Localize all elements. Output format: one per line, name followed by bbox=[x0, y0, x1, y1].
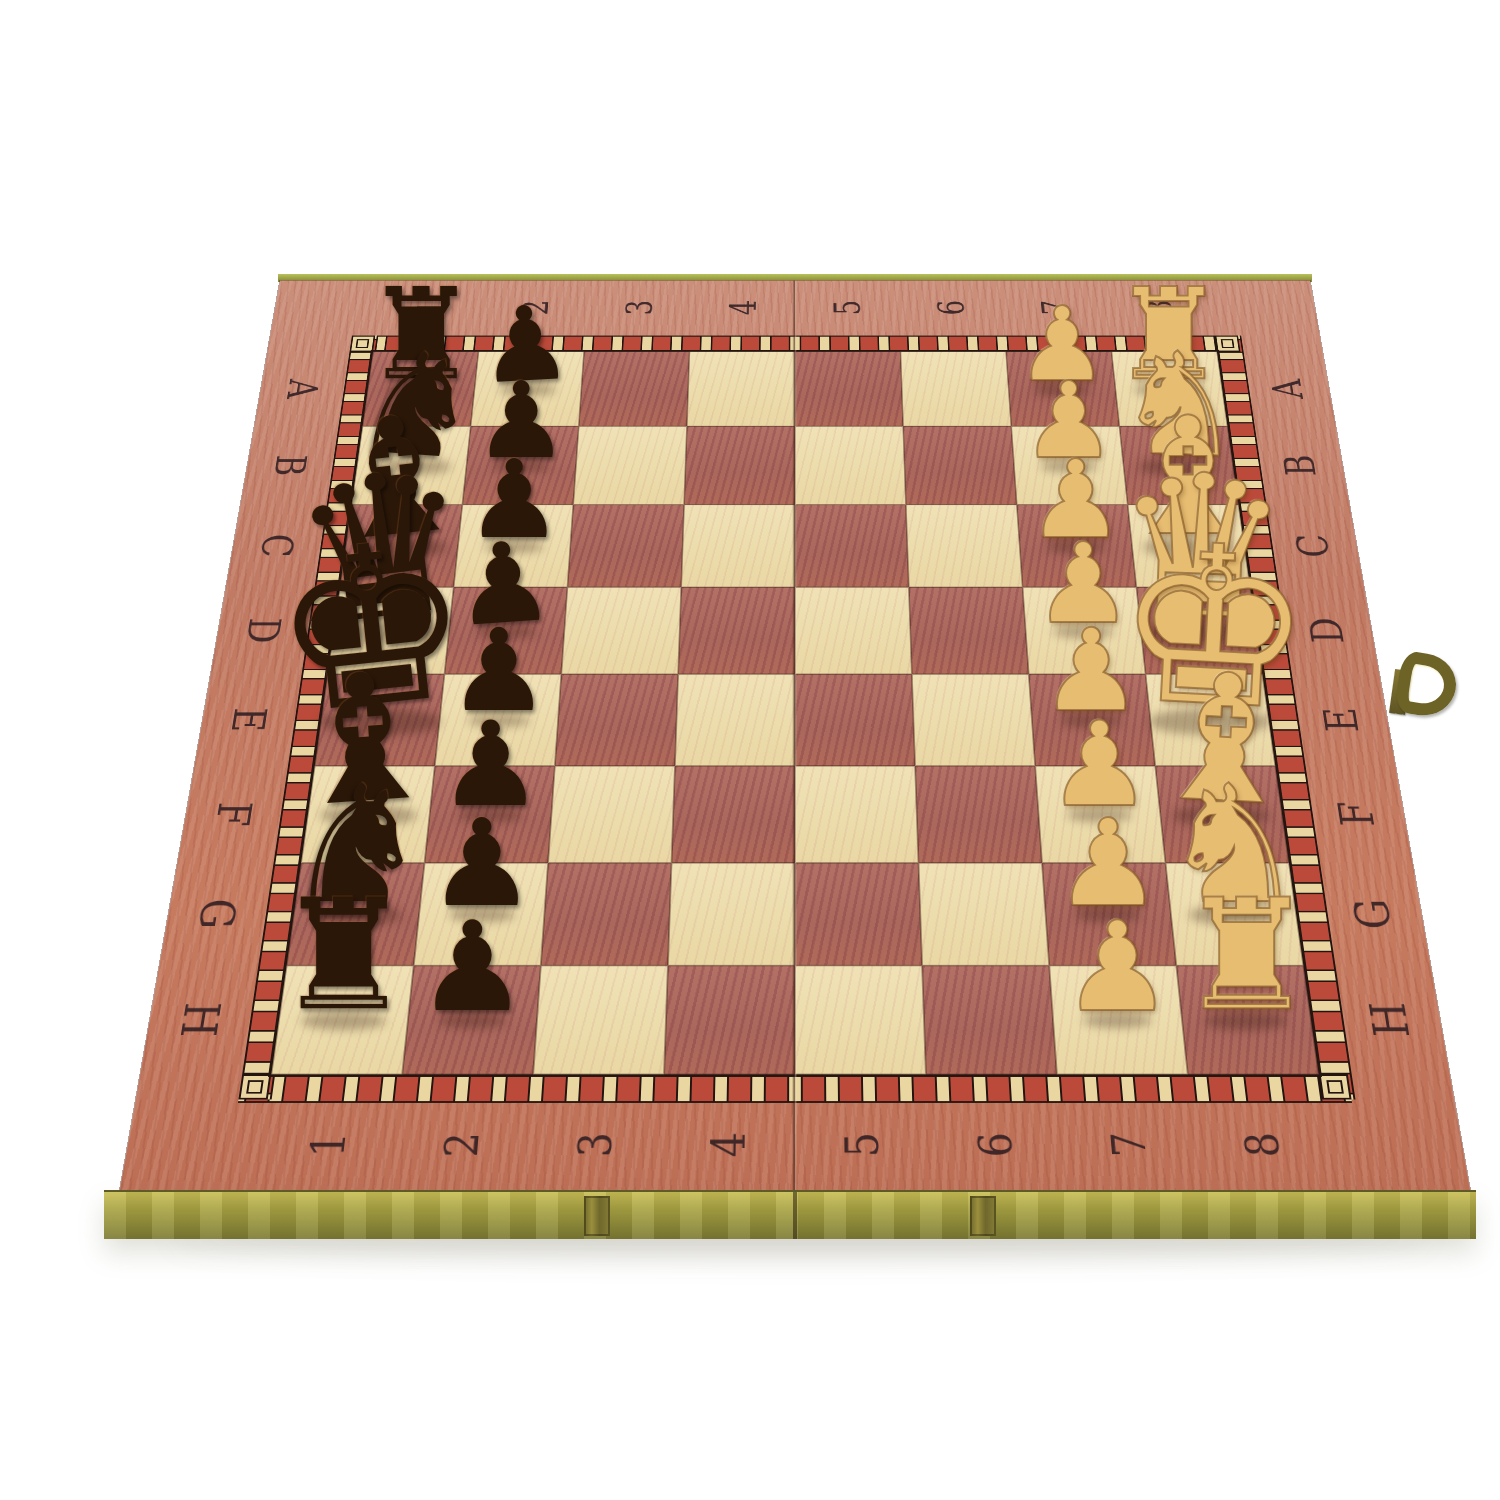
square-A3[interactable] bbox=[579, 352, 690, 427]
rank-label-front-2: 2 bbox=[431, 1116, 491, 1175]
rank-label-back-6: 6 bbox=[929, 290, 974, 326]
square-F4[interactable] bbox=[672, 766, 795, 863]
rank-label-front-4: 4 bbox=[700, 1116, 756, 1175]
file-label-left-F: F bbox=[204, 789, 262, 838]
square-F5[interactable] bbox=[795, 766, 918, 863]
piece-light-rook-H8[interactable]: ♜ bbox=[1155, 879, 1338, 1032]
square-C3[interactable] bbox=[567, 505, 684, 588]
file-label-right-F: F bbox=[1328, 789, 1386, 838]
file-label-left-G: G bbox=[187, 888, 247, 940]
square-D6[interactable] bbox=[909, 587, 1029, 674]
rank-label-front-6: 6 bbox=[966, 1116, 1024, 1175]
piece-dark-pawn-H2[interactable]: ♟ bbox=[398, 905, 547, 1029]
border-corner bbox=[238, 1074, 271, 1099]
square-H5[interactable] bbox=[795, 966, 926, 1075]
square-D3[interactable] bbox=[561, 587, 681, 674]
square-F3[interactable] bbox=[548, 766, 675, 863]
rank-label-back-3: 3 bbox=[616, 290, 661, 326]
rank-label-front-8: 8 bbox=[1231, 1116, 1294, 1175]
chess-photo-stage: 1122334455667788AABBCCDDEEFFGGHH ♜♟♟♜♞♟♟… bbox=[0, 0, 1500, 1500]
square-E4[interactable] bbox=[675, 674, 795, 766]
square-H3[interactable] bbox=[533, 966, 668, 1075]
square-F6[interactable] bbox=[915, 766, 1042, 863]
file-label-left-H: H bbox=[168, 992, 230, 1047]
square-D5[interactable] bbox=[795, 587, 912, 674]
square-A4[interactable] bbox=[687, 352, 795, 427]
square-C6[interactable] bbox=[906, 505, 1023, 588]
square-G5[interactable] bbox=[795, 863, 922, 966]
square-C4[interactable] bbox=[681, 505, 795, 588]
square-B6[interactable] bbox=[903, 426, 1017, 504]
square-B4[interactable] bbox=[684, 426, 795, 504]
square-G3[interactable] bbox=[541, 863, 672, 966]
rank-label-front-7: 7 bbox=[1098, 1116, 1158, 1175]
square-E3[interactable] bbox=[555, 674, 678, 766]
square-D4[interactable] bbox=[678, 587, 795, 674]
square-G6[interactable] bbox=[918, 863, 1049, 966]
latch-ring bbox=[1394, 650, 1461, 720]
front-edge-seam bbox=[793, 1192, 797, 1239]
rank-label-front-1: 1 bbox=[297, 1116, 360, 1175]
rank-label-front-3: 3 bbox=[565, 1116, 623, 1175]
hinge bbox=[970, 1196, 996, 1236]
square-B3[interactable] bbox=[573, 426, 687, 504]
square-H6[interactable] bbox=[922, 966, 1057, 1075]
file-label-right-H: H bbox=[1359, 992, 1421, 1047]
border-corner bbox=[1319, 1074, 1352, 1099]
file-label-right-G: G bbox=[1343, 888, 1403, 940]
rank-label-front-5: 5 bbox=[834, 1116, 890, 1175]
square-E5[interactable] bbox=[795, 674, 915, 766]
square-E6[interactable] bbox=[912, 674, 1035, 766]
square-B5[interactable] bbox=[795, 426, 906, 504]
rank-label-back-4: 4 bbox=[721, 290, 765, 326]
square-A5[interactable] bbox=[795, 352, 903, 427]
square-H4[interactable] bbox=[664, 966, 795, 1075]
square-A6[interactable] bbox=[901, 352, 1012, 427]
square-G4[interactable] bbox=[668, 863, 795, 966]
rank-label-back-5: 5 bbox=[825, 290, 869, 326]
board-front-edge bbox=[104, 1190, 1476, 1239]
fold-seam bbox=[792, 281, 797, 1190]
hinge bbox=[584, 1196, 610, 1236]
square-C5[interactable] bbox=[795, 505, 909, 588]
